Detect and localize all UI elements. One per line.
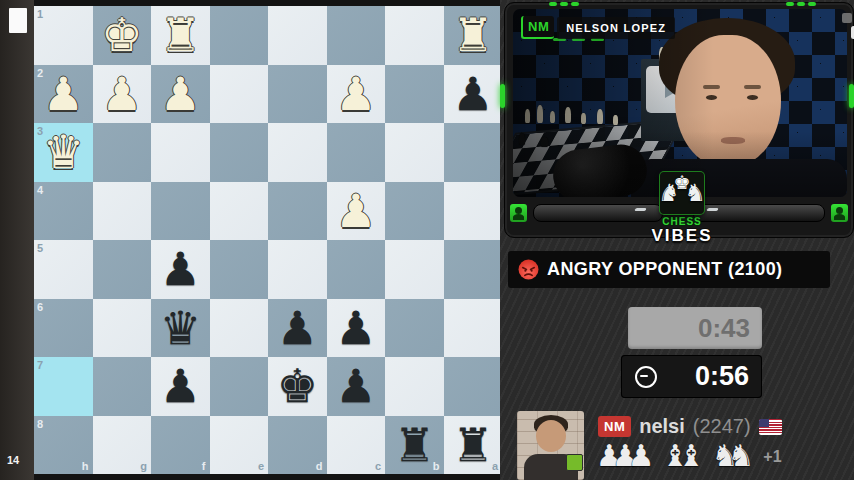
square-d8[interactable]: d: [268, 416, 327, 475]
bottom-bar-pill: [533, 204, 663, 222]
square-d1[interactable]: [268, 6, 327, 65]
square-f7[interactable]: ♟: [151, 357, 210, 416]
square-f8[interactable]: f: [151, 416, 210, 475]
square-b6[interactable]: [385, 299, 444, 358]
captured-pawn-group: ♟♟♟: [596, 441, 655, 471]
us-flag-icon: [759, 419, 782, 435]
player-rating: (2247): [693, 415, 751, 438]
green-dash: [571, 2, 579, 6]
square-d5[interactable]: [268, 240, 327, 299]
piece-white-king[interactable]: ♚: [101, 12, 142, 58]
streamer-name: NELSON LOPEZ: [557, 17, 675, 39]
square-e1[interactable]: [210, 6, 269, 65]
square-b2[interactable]: [385, 65, 444, 124]
square-h3[interactable]: 3♛: [34, 123, 93, 182]
square-f6[interactable]: ♛: [151, 299, 210, 358]
streamer-id-row: NM NELSON LOPEZ: [521, 16, 675, 39]
square-a8[interactable]: a♜: [444, 416, 503, 475]
green-dash: [549, 2, 557, 6]
piece-white-pawn[interactable]: ♟: [335, 71, 376, 117]
captured-bishop-group: ♝♝: [662, 441, 705, 471]
camera-icon: [842, 13, 852, 23]
rank-label-1: 1: [37, 9, 43, 20]
square-b8[interactable]: b♜: [385, 416, 444, 475]
square-e2[interactable]: [210, 65, 269, 124]
file-label-e: e: [258, 461, 264, 472]
square-d2[interactable]: [268, 65, 327, 124]
piece-white-rook[interactable]: ♜: [160, 12, 201, 58]
square-e7[interactable]: [210, 357, 269, 416]
player-info-row: NM nelsi (2247): [598, 415, 782, 438]
square-g1[interactable]: ♚: [93, 6, 152, 65]
piece-black-pawn[interactable]: ♟: [335, 363, 376, 409]
angry-emoji-icon: [518, 259, 539, 280]
material-advantage: +1: [763, 448, 781, 466]
square-h1[interactable]: 1: [34, 6, 93, 65]
square-a3[interactable]: [444, 123, 503, 182]
square-g4[interactable]: [93, 182, 152, 241]
square-e8[interactable]: e: [210, 416, 269, 475]
file-label-c: c: [375, 461, 381, 472]
bell-icon: [831, 204, 848, 222]
square-h7[interactable]: 7: [34, 357, 93, 416]
file-label-h: h: [82, 461, 89, 472]
streamer-title-badge: NM: [521, 16, 554, 39]
square-d7[interactable]: ♚: [268, 357, 327, 416]
green-dash: [786, 2, 794, 6]
captured-knight-group: ♞♞: [712, 441, 755, 471]
player-title-badge: NM: [598, 416, 631, 437]
piece-black-pawn[interactable]: ♟: [277, 305, 318, 351]
square-c8[interactable]: c: [327, 416, 386, 475]
green-dash: [797, 2, 805, 6]
file-label-b: b: [433, 461, 440, 472]
opponent-clock: 0:43: [628, 307, 762, 349]
square-g6[interactable]: [93, 299, 152, 358]
rank-label-2: 2: [37, 68, 43, 79]
square-h6[interactable]: 6: [34, 299, 93, 358]
captured-pieces: ♟♟♟♝♝♞♞: [596, 441, 761, 471]
square-e3[interactable]: [210, 123, 269, 182]
opponent-name-rating: ANGRY OPPONENT (2100): [547, 259, 782, 280]
king-icon: ♚: [673, 173, 690, 192]
square-f2[interactable]: ♟: [151, 65, 210, 124]
file-label-g: g: [140, 461, 147, 472]
piece-white-pawn[interactable]: ♟: [101, 71, 142, 117]
white-rectangle-marker: [9, 8, 27, 33]
piece-white-rook[interactable]: ♜: [452, 12, 493, 58]
square-a6[interactable]: [444, 299, 503, 358]
square-c7[interactable]: ♟: [327, 357, 386, 416]
square-b4[interactable]: [385, 182, 444, 241]
player-clock: 0:56: [621, 355, 762, 398]
rank-label-7: 7: [37, 360, 43, 371]
piece-black-pawn[interactable]: ♟: [160, 246, 201, 292]
square-e5[interactable]: [210, 240, 269, 299]
piece-black-queen[interactable]: ♛: [160, 305, 201, 351]
webcam-video: NM NELSON LOPEZ: [513, 9, 847, 197]
piece-white-pawn[interactable]: ♟: [335, 188, 376, 234]
green-dash: [560, 2, 568, 6]
square-c1[interactable]: [327, 6, 386, 65]
square-f5[interactable]: ♟: [151, 240, 210, 299]
piece-white-pawn[interactable]: ♟: [160, 71, 201, 117]
rank-label-5: 5: [37, 243, 43, 254]
webcam-frame: NM NELSON LOPEZ ♞ ♞: [504, 2, 854, 238]
player-name: nelsi: [639, 415, 685, 438]
rank-label-4: 4: [37, 185, 43, 196]
square-g7[interactable]: [93, 357, 152, 416]
square-g8[interactable]: g: [93, 416, 152, 475]
square-a2[interactable]: ♟: [444, 65, 503, 124]
square-b5[interactable]: [385, 240, 444, 299]
player-clock-time: 0:56: [695, 361, 749, 392]
rank-label-8: 8: [37, 419, 43, 430]
piece-white-queen[interactable]: ♛: [43, 129, 84, 175]
square-a1[interactable]: ♜: [444, 6, 503, 65]
square-h2[interactable]: 2♟: [34, 65, 93, 124]
square-c6[interactable]: ♟: [327, 299, 386, 358]
piece-black-pawn[interactable]: ♟: [160, 363, 201, 409]
square-h4[interactable]: 4: [34, 182, 93, 241]
square-a7[interactable]: [444, 357, 503, 416]
square-d4[interactable]: [268, 182, 327, 241]
rank-label-3: 3: [37, 126, 43, 137]
screen: 1♚♜♜2♟♟♟♟♟3♛4♟5♟6♛♟♟7♟♚♟8hgfedcb♜a♜ 14: [0, 0, 854, 480]
viewer-icon: [510, 204, 527, 222]
piece-black-king[interactable]: ♚: [277, 363, 318, 409]
captured-row: ♟♟♟♝♝♞♞ +1: [596, 441, 782, 471]
square-g2[interactable]: ♟: [93, 65, 152, 124]
square-f3[interactable]: [151, 123, 210, 182]
square-e6[interactable]: [210, 299, 269, 358]
green-side-accent: [500, 84, 505, 108]
square-g5[interactable]: [93, 240, 152, 299]
logo-text-vibes: VIBES: [645, 226, 719, 246]
square-c4[interactable]: ♟: [327, 182, 386, 241]
file-label-a: a: [492, 461, 498, 472]
square-g3[interactable]: [93, 123, 152, 182]
avatar-head: [536, 420, 566, 452]
piece-white-pawn[interactable]: ♟: [43, 71, 84, 117]
square-d6[interactable]: ♟: [268, 299, 327, 358]
stream-panel: NM NELSON LOPEZ ♞ ♞: [500, 0, 854, 480]
square-c3[interactable]: [327, 123, 386, 182]
square-e4[interactable]: [210, 182, 269, 241]
chess-board: 1♚♜♜2♟♟♟♟♟3♛4♟5♟6♛♟♟7♟♚♟8hgfedcb♜a♜: [34, 6, 502, 474]
file-label-f: f: [202, 461, 206, 472]
green-dash: [808, 2, 816, 6]
square-c2[interactable]: ♟: [327, 65, 386, 124]
piece-black-rook[interactable]: ♜: [394, 422, 435, 468]
square-h8[interactable]: 8h: [34, 416, 93, 475]
page-number-label: 14: [7, 454, 19, 466]
piece-black-pawn[interactable]: ♟: [335, 305, 376, 351]
square-f1[interactable]: ♜: [151, 6, 210, 65]
piece-black-rook[interactable]: ♜: [452, 422, 493, 468]
square-b3[interactable]: [385, 123, 444, 182]
square-b1[interactable]: [385, 6, 444, 65]
square-a4[interactable]: [444, 182, 503, 241]
square-f4[interactable]: [151, 182, 210, 241]
square-c5[interactable]: [327, 240, 386, 299]
left-strip: 14: [0, 0, 34, 480]
logo-crest: ♞ ♞ ♚: [659, 171, 705, 215]
opponent-bar: ANGRY OPPONENT (2100): [508, 251, 830, 288]
online-status-badge: [566, 454, 583, 471]
square-h5[interactable]: 5: [34, 240, 93, 299]
chess-vibes-logo: ♞ ♞ ♚ CHESS VIBES: [645, 171, 719, 246]
piece-black-pawn[interactable]: ♟: [452, 71, 493, 117]
clock-icon: [635, 366, 657, 388]
square-d3[interactable]: [268, 123, 327, 182]
square-b7[interactable]: [385, 357, 444, 416]
rank-label-6: 6: [37, 302, 43, 313]
green-side-accent: [849, 84, 854, 108]
square-a5[interactable]: [444, 240, 503, 299]
file-label-d: d: [316, 461, 323, 472]
